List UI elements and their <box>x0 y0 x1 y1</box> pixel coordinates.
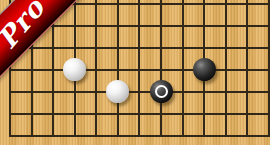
stone-white-D4 <box>63 58 86 81</box>
stone-black-H3 <box>150 80 173 103</box>
last-move-marker <box>155 85 168 98</box>
go-app-screenshot: Pro <box>0 0 270 145</box>
stone-white-F3 <box>106 80 129 103</box>
stone-black-K4 <box>193 58 216 81</box>
